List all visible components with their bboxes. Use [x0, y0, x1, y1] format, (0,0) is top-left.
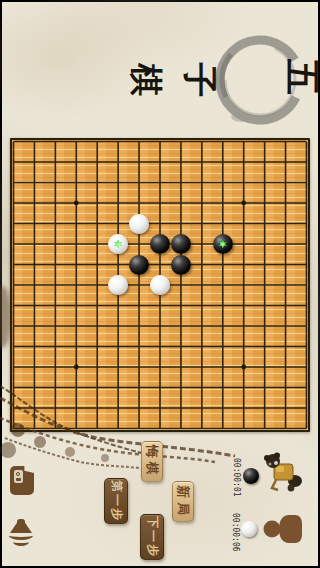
black-player-timer: 00:00:01 — [231, 458, 241, 496]
black-stone — [129, 255, 149, 275]
last-move-black-stone — [213, 234, 233, 254]
sound-wave-2 — [13, 538, 29, 546]
white-player-timer: 00:00:06 — [230, 513, 240, 551]
new-game-button[interactable]: 新局 — [172, 481, 194, 522]
black-player-stone — [243, 468, 259, 484]
first-move-label: 第一步 — [108, 480, 125, 522]
record-icon-window — [14, 470, 23, 483]
white-stone — [129, 214, 149, 234]
ai-robot-avatar — [262, 452, 304, 494]
black-stone — [171, 234, 191, 254]
app-screen: 棋 子 五 悔棋 第一步 下一步 新局 — [0, 0, 320, 568]
game-record-icon[interactable] — [10, 466, 34, 495]
human-player-avatar — [262, 508, 304, 550]
next-move-label: 下一步 — [144, 516, 161, 558]
last-move-marker-icon — [114, 240, 123, 249]
record-icon-bar — [16, 478, 21, 481]
next-move-button[interactable]: 下一步 — [140, 514, 164, 560]
last-move-white-stone — [108, 234, 128, 254]
last-move-marker-icon — [218, 240, 227, 249]
black-stone — [150, 234, 170, 254]
title-char-qi: 棋 — [124, 58, 168, 102]
gomoku-board[interactable] — [10, 138, 310, 432]
white-player-stone — [241, 521, 257, 537]
title-char-wu: 五 — [280, 55, 320, 99]
white-stone — [108, 275, 128, 295]
sound-icon[interactable] — [8, 519, 34, 550]
new-game-label: 新局 — [174, 485, 192, 519]
first-move-button[interactable]: 第一步 — [104, 478, 128, 524]
undo-move-button[interactable]: 悔棋 — [141, 441, 163, 482]
undo-move-label: 悔棋 — [143, 445, 161, 479]
title-char-zi: 子 — [178, 58, 222, 102]
white-stone — [150, 275, 170, 295]
record-icon-dot — [16, 472, 20, 476]
black-stone — [171, 255, 191, 275]
